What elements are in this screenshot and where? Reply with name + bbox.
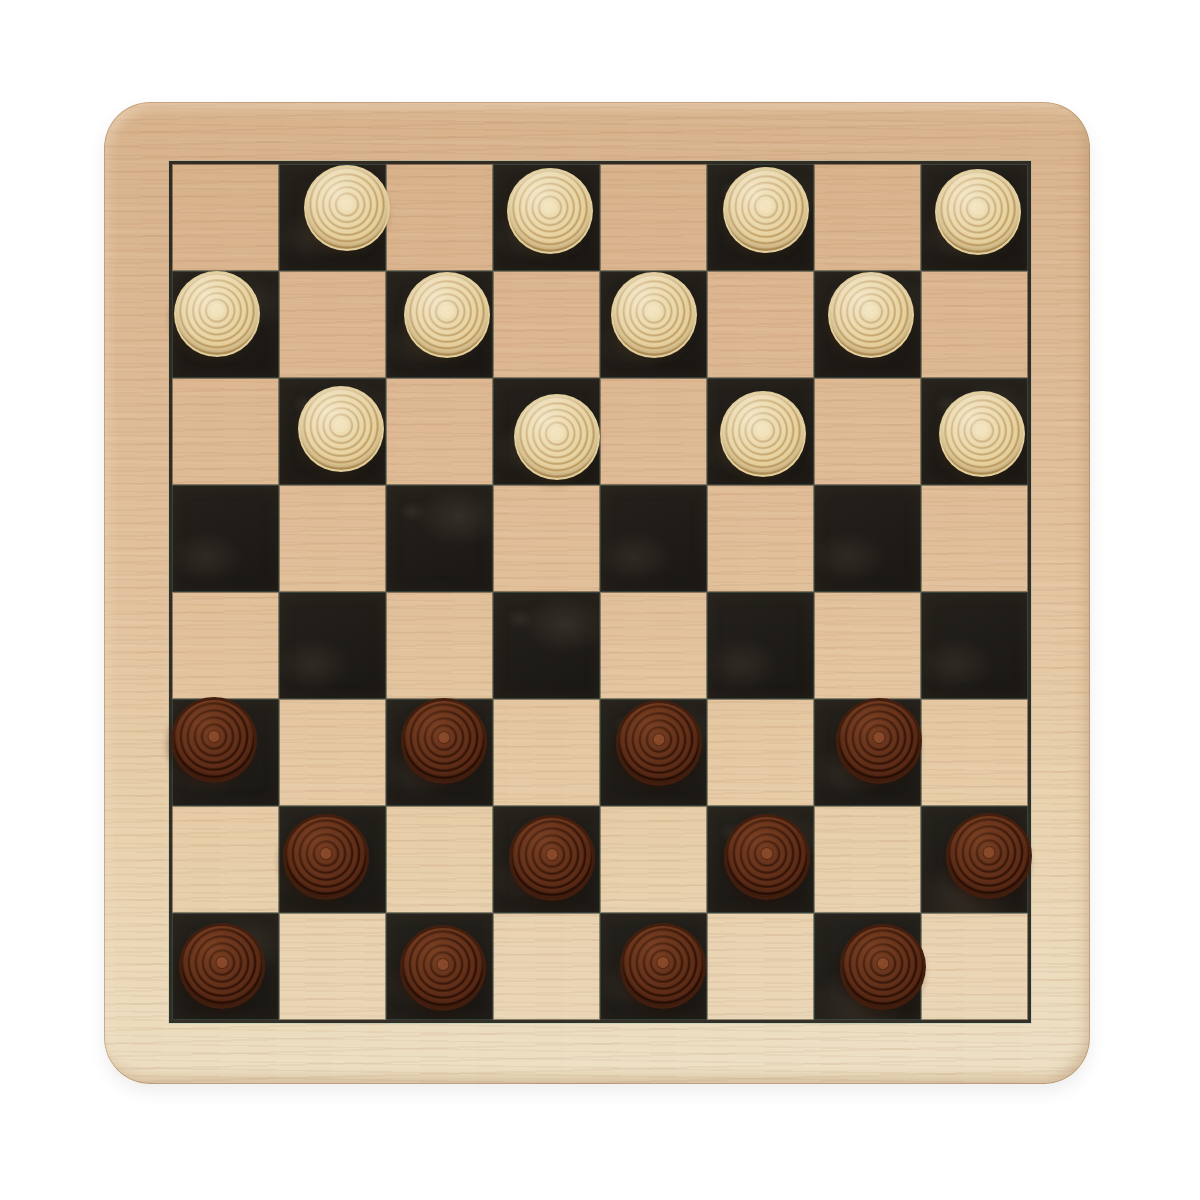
board-square-a1[interactable] <box>172 913 279 1020</box>
board-square-e7[interactable] <box>600 271 707 378</box>
board-square-c2[interactable] <box>386 806 493 913</box>
board-square-c1[interactable] <box>386 913 493 1020</box>
board-square-g3[interactable] <box>814 699 921 806</box>
board-square-g1[interactable] <box>814 913 921 1020</box>
checker-piece-brown-h2[interactable] <box>946 813 1032 899</box>
checker-piece-brown-b2[interactable] <box>283 814 369 900</box>
board-square-h1[interactable] <box>921 913 1028 1020</box>
checker-piece-cream-f6[interactable] <box>720 391 806 477</box>
board-square-h2[interactable] <box>921 806 1028 913</box>
board-square-h7[interactable] <box>921 271 1028 378</box>
board-square-g7[interactable] <box>814 271 921 378</box>
checker-piece-cream-d6[interactable] <box>514 394 600 480</box>
checker-piece-cream-h6[interactable] <box>939 391 1025 477</box>
checker-piece-cream-f8[interactable] <box>723 167 809 253</box>
board-square-f1[interactable] <box>707 913 814 1020</box>
checker-piece-cream-b6[interactable] <box>298 386 384 472</box>
checker-piece-brown-c1[interactable] <box>400 925 486 1011</box>
checker-piece-cream-d8[interactable] <box>507 168 593 254</box>
board-square-b3[interactable] <box>279 699 386 806</box>
board-square-f7[interactable] <box>707 271 814 378</box>
board-square-a2[interactable] <box>172 806 279 913</box>
checker-piece-cream-a7[interactable] <box>174 271 260 357</box>
board-square-a7[interactable] <box>172 271 279 378</box>
board-square-e8[interactable] <box>600 164 707 271</box>
board-square-b2[interactable] <box>279 806 386 913</box>
board-square-g2[interactable] <box>814 806 921 913</box>
board-square-b1[interactable] <box>279 913 386 1020</box>
board-square-d5[interactable] <box>493 485 600 592</box>
checker-piece-cream-h8[interactable] <box>935 169 1021 255</box>
board-square-g8[interactable] <box>814 164 921 271</box>
board-square-e5[interactable] <box>600 485 707 592</box>
board-square-c3[interactable] <box>386 699 493 806</box>
checker-piece-cream-e7[interactable] <box>611 272 697 358</box>
checkers-board <box>104 102 1090 1084</box>
board-square-c8[interactable] <box>386 164 493 271</box>
board-square-g6[interactable] <box>814 378 921 485</box>
checker-piece-brown-e3[interactable] <box>616 700 702 786</box>
board-square-c4[interactable] <box>386 592 493 699</box>
checker-piece-brown-a3[interactable] <box>171 697 257 783</box>
board-square-c7[interactable] <box>386 271 493 378</box>
board-square-e3[interactable] <box>600 699 707 806</box>
checker-piece-brown-g3[interactable] <box>836 698 922 784</box>
board-square-b6[interactable] <box>279 378 386 485</box>
board-square-d6[interactable] <box>493 378 600 485</box>
board-square-e4[interactable] <box>600 592 707 699</box>
board-square-f4[interactable] <box>707 592 814 699</box>
photo-stage <box>0 0 1200 1200</box>
board-square-f6[interactable] <box>707 378 814 485</box>
checker-piece-brown-a1[interactable] <box>179 923 265 1009</box>
checker-piece-cream-c7[interactable] <box>404 272 490 358</box>
board-square-a4[interactable] <box>172 592 279 699</box>
board-square-d3[interactable] <box>493 699 600 806</box>
checker-piece-brown-f2[interactable] <box>724 814 810 900</box>
board-square-f8[interactable] <box>707 164 814 271</box>
board-square-d8[interactable] <box>493 164 600 271</box>
board-square-a8[interactable] <box>172 164 279 271</box>
board-square-c5[interactable] <box>386 485 493 592</box>
board-square-g5[interactable] <box>814 485 921 592</box>
checker-piece-brown-e1[interactable] <box>620 923 706 1009</box>
board-square-h4[interactable] <box>921 592 1028 699</box>
board-square-h5[interactable] <box>921 485 1028 592</box>
board-square-e6[interactable] <box>600 378 707 485</box>
board-square-d7[interactable] <box>493 271 600 378</box>
board-square-d4[interactable] <box>493 592 600 699</box>
checker-piece-brown-g1[interactable] <box>840 924 926 1010</box>
board-square-b4[interactable] <box>279 592 386 699</box>
board-square-b5[interactable] <box>279 485 386 592</box>
board-grid <box>169 161 1031 1023</box>
checker-piece-brown-c3[interactable] <box>401 698 487 784</box>
board-square-d2[interactable] <box>493 806 600 913</box>
board-square-d1[interactable] <box>493 913 600 1020</box>
board-square-b8[interactable] <box>279 164 386 271</box>
checker-piece-cream-g7[interactable] <box>828 272 914 358</box>
board-square-f5[interactable] <box>707 485 814 592</box>
board-square-a6[interactable] <box>172 378 279 485</box>
checker-piece-brown-d2[interactable] <box>509 815 595 901</box>
board-square-g4[interactable] <box>814 592 921 699</box>
board-square-e1[interactable] <box>600 913 707 1020</box>
board-square-a5[interactable] <box>172 485 279 592</box>
board-square-h3[interactable] <box>921 699 1028 806</box>
board-square-h8[interactable] <box>921 164 1028 271</box>
board-square-c6[interactable] <box>386 378 493 485</box>
board-square-f3[interactable] <box>707 699 814 806</box>
board-square-f2[interactable] <box>707 806 814 913</box>
board-square-e2[interactable] <box>600 806 707 913</box>
checker-piece-cream-b8[interactable] <box>304 165 390 251</box>
board-square-h6[interactable] <box>921 378 1028 485</box>
board-square-a3[interactable] <box>172 699 279 806</box>
board-square-b7[interactable] <box>279 271 386 378</box>
